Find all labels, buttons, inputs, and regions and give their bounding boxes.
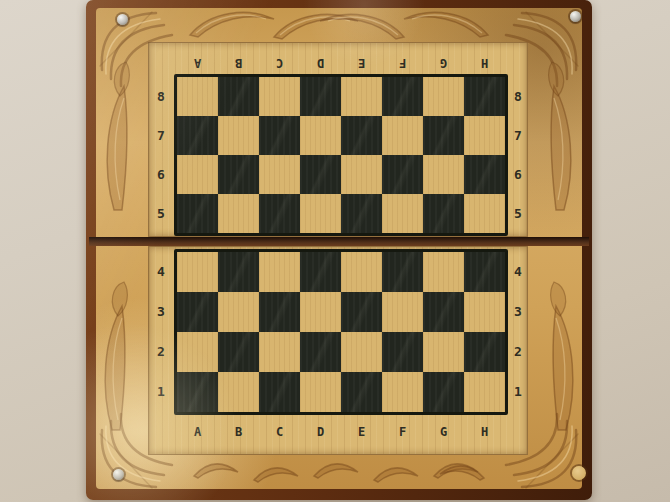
square-d2 bbox=[300, 332, 341, 372]
rank-label-4: 4 bbox=[149, 252, 173, 292]
square-f6 bbox=[382, 155, 423, 194]
file-label-e: E bbox=[341, 421, 382, 445]
square-f5 bbox=[382, 194, 423, 233]
square-a7 bbox=[177, 116, 218, 155]
file-label-h: H bbox=[464, 52, 505, 74]
square-c7 bbox=[259, 116, 300, 155]
square-e1 bbox=[341, 372, 382, 412]
square-d5 bbox=[300, 194, 341, 233]
square-f7 bbox=[382, 116, 423, 155]
rank-labels-upper-right: 8765 bbox=[507, 77, 529, 233]
square-g4 bbox=[423, 252, 464, 292]
square-h5 bbox=[464, 194, 505, 233]
upper-board-panel: ABCDEFGH 8765 8765 bbox=[148, 42, 528, 237]
square-a1 bbox=[177, 372, 218, 412]
square-g5 bbox=[423, 194, 464, 233]
square-g8 bbox=[423, 77, 464, 116]
square-c5 bbox=[259, 194, 300, 233]
rank-labels-upper-left: 8765 bbox=[149, 77, 173, 233]
square-c3 bbox=[259, 292, 300, 332]
rank-label-3: 3 bbox=[507, 292, 529, 332]
square-g2 bbox=[423, 332, 464, 372]
square-h8 bbox=[464, 77, 505, 116]
square-c1 bbox=[259, 372, 300, 412]
fold-hinge-seam bbox=[89, 237, 589, 246]
square-b3 bbox=[218, 292, 259, 332]
corner-screw-top-right bbox=[570, 11, 581, 22]
square-d7 bbox=[300, 116, 341, 155]
square-a5 bbox=[177, 194, 218, 233]
file-label-g: G bbox=[423, 421, 464, 445]
file-label-h: H bbox=[464, 421, 505, 445]
file-label-f: F bbox=[382, 52, 423, 74]
square-f3 bbox=[382, 292, 423, 332]
square-f1 bbox=[382, 372, 423, 412]
corner-screw-top-left bbox=[117, 14, 128, 25]
square-e6 bbox=[341, 155, 382, 194]
square-c4 bbox=[259, 252, 300, 292]
rank-label-7: 7 bbox=[507, 116, 529, 155]
square-a4 bbox=[177, 252, 218, 292]
square-b1 bbox=[218, 372, 259, 412]
square-h4 bbox=[464, 252, 505, 292]
rank-label-7: 7 bbox=[149, 116, 173, 155]
square-d4 bbox=[300, 252, 341, 292]
square-e4 bbox=[341, 252, 382, 292]
file-labels-bottom: ABCDEFGH bbox=[177, 421, 505, 445]
square-g6 bbox=[423, 155, 464, 194]
rank-labels-lower-left: 4321 bbox=[149, 252, 173, 412]
square-a3 bbox=[177, 292, 218, 332]
file-label-a: A bbox=[177, 421, 218, 445]
square-b6 bbox=[218, 155, 259, 194]
square-g1 bbox=[423, 372, 464, 412]
rank-label-8: 8 bbox=[507, 77, 529, 116]
square-g3 bbox=[423, 292, 464, 332]
file-label-f: F bbox=[382, 421, 423, 445]
corner-screw-bottom-left bbox=[113, 469, 124, 480]
rank-label-2: 2 bbox=[507, 332, 529, 372]
file-label-e: E bbox=[341, 52, 382, 74]
square-e2 bbox=[341, 332, 382, 372]
square-f8 bbox=[382, 77, 423, 116]
chess-box: ABCDEFGH 8765 8765 4321 4321 ABCDEFGH bbox=[86, 0, 592, 500]
square-h6 bbox=[464, 155, 505, 194]
square-c2 bbox=[259, 332, 300, 372]
chessboard-upper-half bbox=[174, 74, 508, 236]
square-g7 bbox=[423, 116, 464, 155]
file-label-g: G bbox=[423, 52, 464, 74]
square-d3 bbox=[300, 292, 341, 332]
file-label-b: B bbox=[218, 421, 259, 445]
chessboard-lower-half bbox=[174, 249, 508, 415]
rank-label-3: 3 bbox=[149, 292, 173, 332]
square-h7 bbox=[464, 116, 505, 155]
lower-board-panel: 4321 4321 ABCDEFGH bbox=[148, 246, 528, 455]
square-d6 bbox=[300, 155, 341, 194]
square-h3 bbox=[464, 292, 505, 332]
square-f4 bbox=[382, 252, 423, 292]
square-h2 bbox=[464, 332, 505, 372]
square-b8 bbox=[218, 77, 259, 116]
square-b7 bbox=[218, 116, 259, 155]
square-e3 bbox=[341, 292, 382, 332]
square-d1 bbox=[300, 372, 341, 412]
square-b5 bbox=[218, 194, 259, 233]
square-e5 bbox=[341, 194, 382, 233]
rank-labels-lower-right: 4321 bbox=[507, 252, 529, 412]
rank-label-6: 6 bbox=[507, 155, 529, 194]
wood-plug-bottom-right bbox=[572, 466, 586, 480]
square-d8 bbox=[300, 77, 341, 116]
rank-label-5: 5 bbox=[507, 194, 529, 233]
file-label-b: B bbox=[218, 52, 259, 74]
square-e7 bbox=[341, 116, 382, 155]
square-h1 bbox=[464, 372, 505, 412]
rank-label-6: 6 bbox=[149, 155, 173, 194]
square-a6 bbox=[177, 155, 218, 194]
rank-label-2: 2 bbox=[149, 332, 173, 372]
square-c6 bbox=[259, 155, 300, 194]
rank-label-1: 1 bbox=[507, 372, 529, 412]
file-labels-top: ABCDEFGH bbox=[177, 52, 505, 74]
square-a8 bbox=[177, 77, 218, 116]
file-label-d: D bbox=[300, 421, 341, 445]
square-e8 bbox=[341, 77, 382, 116]
square-f2 bbox=[382, 332, 423, 372]
rank-label-4: 4 bbox=[507, 252, 529, 292]
square-b2 bbox=[218, 332, 259, 372]
square-a2 bbox=[177, 332, 218, 372]
file-label-c: C bbox=[259, 421, 300, 445]
photo-background-fabric: ABCDEFGH 8765 8765 4321 4321 ABCDEFGH bbox=[0, 0, 670, 502]
rank-label-8: 8 bbox=[149, 77, 173, 116]
rank-label-5: 5 bbox=[149, 194, 173, 233]
file-label-d: D bbox=[300, 52, 341, 74]
square-c8 bbox=[259, 77, 300, 116]
file-label-c: C bbox=[259, 52, 300, 74]
rank-label-1: 1 bbox=[149, 372, 173, 412]
square-b4 bbox=[218, 252, 259, 292]
file-label-a: A bbox=[177, 52, 218, 74]
